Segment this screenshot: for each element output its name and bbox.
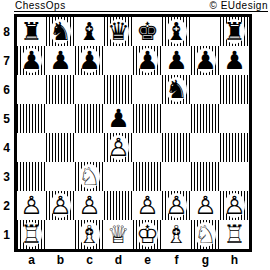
square-c6[interactable] bbox=[75, 75, 104, 104]
piece-white-pawn[interactable]: ♙ bbox=[220, 191, 249, 220]
square-e1[interactable]: ♔ bbox=[133, 220, 162, 249]
piece-glyph: ♙ bbox=[194, 191, 216, 220]
square-b4[interactable] bbox=[46, 133, 75, 162]
file-label-g: g bbox=[191, 253, 220, 267]
square-c5[interactable] bbox=[75, 104, 104, 133]
chess-board: ♜♞♝♛♚♝♜♟♟♟♟♟♟♟♞♟♙♘♙♙♙♙♙♙♙♖♗♕♔♗♘♖ bbox=[14, 14, 252, 252]
piece-glyph: ♙ bbox=[136, 191, 158, 220]
piece-white-pawn[interactable]: ♙ bbox=[191, 191, 220, 220]
square-h6[interactable] bbox=[220, 75, 249, 104]
piece-black-knight[interactable]: ♞ bbox=[46, 17, 75, 46]
piece-white-bishop[interactable]: ♗ bbox=[75, 220, 104, 249]
copyright-text: © EUdesign bbox=[209, 0, 268, 11]
square-b3[interactable] bbox=[46, 162, 75, 191]
piece-glyph: ♟ bbox=[20, 46, 42, 75]
piece-white-rook[interactable]: ♖ bbox=[17, 220, 46, 249]
piece-black-pawn[interactable]: ♟ bbox=[75, 46, 104, 75]
piece-black-pawn[interactable]: ♟ bbox=[104, 104, 133, 133]
square-f4[interactable] bbox=[162, 133, 191, 162]
rank-label-3: 3 bbox=[0, 162, 13, 191]
rank-labels: 87654321 bbox=[0, 17, 13, 249]
square-a8[interactable]: ♜ bbox=[17, 17, 46, 46]
square-h8[interactable]: ♜ bbox=[220, 17, 249, 46]
square-e2[interactable]: ♙ bbox=[133, 191, 162, 220]
piece-white-pawn[interactable]: ♙ bbox=[75, 191, 104, 220]
piece-glyph: ♟ bbox=[136, 46, 158, 75]
rank-label-8: 8 bbox=[0, 17, 13, 46]
piece-glyph: ♜ bbox=[20, 17, 42, 46]
piece-black-pawn[interactable]: ♟ bbox=[191, 46, 220, 75]
square-h4[interactable] bbox=[220, 133, 249, 162]
square-a2[interactable]: ♙ bbox=[17, 191, 46, 220]
square-e8[interactable]: ♚ bbox=[133, 17, 162, 46]
piece-glyph: ♖ bbox=[223, 220, 245, 249]
square-b5[interactable] bbox=[46, 104, 75, 133]
square-f7[interactable]: ♟ bbox=[162, 46, 191, 75]
square-f6[interactable]: ♞ bbox=[162, 75, 191, 104]
piece-glyph: ♛ bbox=[107, 17, 129, 46]
square-g8[interactable] bbox=[191, 17, 220, 46]
square-e6[interactable] bbox=[133, 75, 162, 104]
piece-glyph: ♞ bbox=[165, 75, 187, 104]
rank-label-7: 7 bbox=[0, 46, 13, 75]
piece-glyph: ♘ bbox=[78, 162, 100, 191]
piece-white-knight[interactable]: ♘ bbox=[191, 220, 220, 249]
piece-white-king[interactable]: ♔ bbox=[133, 220, 162, 249]
piece-black-pawn[interactable]: ♟ bbox=[46, 46, 75, 75]
square-h3[interactable] bbox=[220, 162, 249, 191]
square-b1[interactable] bbox=[46, 220, 75, 249]
square-d1[interactable]: ♕ bbox=[104, 220, 133, 249]
square-f8[interactable]: ♝ bbox=[162, 17, 191, 46]
square-a3[interactable] bbox=[17, 162, 46, 191]
square-d4[interactable]: ♙ bbox=[104, 133, 133, 162]
piece-glyph: ♟ bbox=[78, 46, 100, 75]
piece-black-king[interactable]: ♚ bbox=[133, 17, 162, 46]
app-title: ChessOps bbox=[15, 0, 66, 11]
square-h2[interactable]: ♙ bbox=[220, 191, 249, 220]
piece-glyph: ♙ bbox=[165, 191, 187, 220]
piece-glyph: ♟ bbox=[194, 46, 216, 75]
square-g3[interactable] bbox=[191, 162, 220, 191]
piece-glyph: ♙ bbox=[78, 191, 100, 220]
piece-glyph: ♔ bbox=[136, 220, 158, 249]
file-label-e: e bbox=[133, 253, 162, 267]
piece-white-pawn[interactable]: ♙ bbox=[46, 191, 75, 220]
piece-glyph: ♗ bbox=[78, 220, 100, 249]
piece-glyph: ♗ bbox=[165, 220, 187, 249]
piece-glyph: ♞ bbox=[49, 17, 71, 46]
square-f3[interactable] bbox=[162, 162, 191, 191]
piece-white-pawn[interactable]: ♙ bbox=[133, 191, 162, 220]
piece-black-queen[interactable]: ♛ bbox=[104, 17, 133, 46]
square-h1[interactable]: ♖ bbox=[220, 220, 249, 249]
rank-label-1: 1 bbox=[0, 220, 13, 249]
square-g7[interactable]: ♟ bbox=[191, 46, 220, 75]
piece-glyph: ♝ bbox=[78, 17, 100, 46]
square-h5[interactable] bbox=[220, 104, 249, 133]
piece-glyph: ♖ bbox=[20, 220, 42, 249]
piece-black-rook[interactable]: ♜ bbox=[220, 17, 249, 46]
rank-label-5: 5 bbox=[0, 104, 13, 133]
rank-label-2: 2 bbox=[0, 191, 13, 220]
file-label-a: a bbox=[17, 253, 46, 267]
square-b8[interactable]: ♞ bbox=[46, 17, 75, 46]
piece-glyph: ♙ bbox=[49, 191, 71, 220]
file-label-f: f bbox=[162, 253, 191, 267]
square-c1[interactable]: ♗ bbox=[75, 220, 104, 249]
square-g1[interactable]: ♘ bbox=[191, 220, 220, 249]
square-c8[interactable]: ♝ bbox=[75, 17, 104, 46]
square-e5[interactable] bbox=[133, 104, 162, 133]
piece-white-pawn[interactable]: ♙ bbox=[17, 191, 46, 220]
piece-glyph: ♕ bbox=[107, 220, 129, 249]
piece-glyph: ♙ bbox=[20, 191, 42, 220]
square-c7[interactable]: ♟ bbox=[75, 46, 104, 75]
square-d8[interactable]: ♛ bbox=[104, 17, 133, 46]
square-g5[interactable] bbox=[191, 104, 220, 133]
square-a6[interactable] bbox=[17, 75, 46, 104]
square-f1[interactable]: ♗ bbox=[162, 220, 191, 249]
piece-glyph: ♙ bbox=[223, 191, 245, 220]
piece-glyph: ♟ bbox=[165, 46, 187, 75]
header-divider bbox=[14, 11, 268, 12]
piece-glyph: ♟ bbox=[107, 104, 129, 133]
square-e7[interactable]: ♟ bbox=[133, 46, 162, 75]
piece-white-pawn[interactable]: ♙ bbox=[104, 133, 133, 162]
file-label-c: c bbox=[75, 253, 104, 267]
square-d2[interactable] bbox=[104, 191, 133, 220]
file-labels: abcdefgh bbox=[17, 253, 249, 267]
square-b2[interactable]: ♙ bbox=[46, 191, 75, 220]
piece-black-pawn[interactable]: ♟ bbox=[162, 46, 191, 75]
piece-black-pawn[interactable]: ♟ bbox=[220, 46, 249, 75]
file-label-h: h bbox=[220, 253, 249, 267]
square-d3[interactable] bbox=[104, 162, 133, 191]
piece-white-knight[interactable]: ♘ bbox=[75, 162, 104, 191]
square-g4[interactable] bbox=[191, 133, 220, 162]
piece-glyph: ♚ bbox=[136, 17, 158, 46]
piece-white-rook[interactable]: ♖ bbox=[220, 220, 249, 249]
piece-glyph: ♝ bbox=[165, 17, 187, 46]
rank-label-4: 4 bbox=[0, 133, 13, 162]
square-a7[interactable]: ♟ bbox=[17, 46, 46, 75]
square-g6[interactable] bbox=[191, 75, 220, 104]
square-b6[interactable] bbox=[46, 75, 75, 104]
piece-black-rook[interactable]: ♜ bbox=[17, 17, 46, 46]
square-a1[interactable]: ♖ bbox=[17, 220, 46, 249]
rank-label-6: 6 bbox=[0, 75, 13, 104]
piece-white-queen[interactable]: ♕ bbox=[104, 220, 133, 249]
piece-glyph: ♘ bbox=[194, 220, 216, 249]
piece-black-bishop[interactable]: ♝ bbox=[162, 17, 191, 46]
square-f5[interactable] bbox=[162, 104, 191, 133]
piece-white-pawn[interactable]: ♙ bbox=[162, 191, 191, 220]
square-e4[interactable] bbox=[133, 133, 162, 162]
piece-black-pawn[interactable]: ♟ bbox=[17, 46, 46, 75]
piece-glyph: ♟ bbox=[223, 46, 245, 75]
piece-glyph: ♜ bbox=[223, 17, 245, 46]
piece-black-pawn[interactable]: ♟ bbox=[133, 46, 162, 75]
square-e3[interactable] bbox=[133, 162, 162, 191]
file-label-d: d bbox=[104, 253, 133, 267]
square-c4[interactable] bbox=[75, 133, 104, 162]
square-a4[interactable] bbox=[17, 133, 46, 162]
square-c2[interactable]: ♙ bbox=[75, 191, 104, 220]
square-b7[interactable]: ♟ bbox=[46, 46, 75, 75]
square-h7[interactable]: ♟ bbox=[220, 46, 249, 75]
square-f2[interactable]: ♙ bbox=[162, 191, 191, 220]
piece-black-knight[interactable]: ♞ bbox=[162, 75, 191, 104]
square-g2[interactable]: ♙ bbox=[191, 191, 220, 220]
piece-glyph: ♟ bbox=[49, 46, 71, 75]
square-c3[interactable]: ♘ bbox=[75, 162, 104, 191]
square-d5[interactable]: ♟ bbox=[104, 104, 133, 133]
piece-glyph: ♙ bbox=[107, 133, 129, 162]
piece-black-bishop[interactable]: ♝ bbox=[75, 17, 104, 46]
square-a5[interactable] bbox=[17, 104, 46, 133]
piece-white-bishop[interactable]: ♗ bbox=[162, 220, 191, 249]
file-label-b: b bbox=[46, 253, 75, 267]
square-d6[interactable] bbox=[104, 75, 133, 104]
square-d7[interactable] bbox=[104, 46, 133, 75]
